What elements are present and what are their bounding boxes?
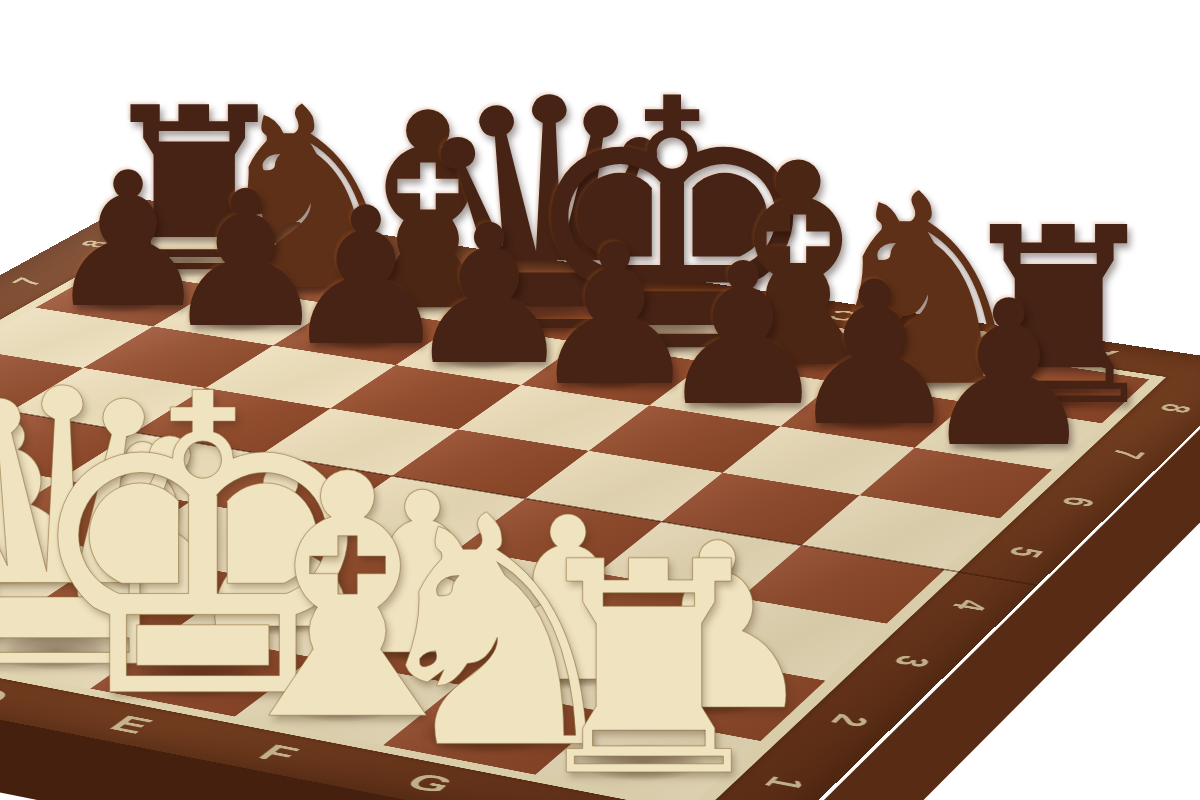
chess-set-photo: AABBCCDDEEFFGGHH1122334455667788 ♜♞♝♛♚♝♞… <box>0 0 1200 800</box>
rank-label-right-2: 2 <box>819 711 880 730</box>
rank-label-right-3: 3 <box>882 652 941 670</box>
rank-label-right-5: 5 <box>997 544 1053 560</box>
piece-black-pawn-h7[interactable]: ♟ <box>919 275 1099 476</box>
piece-white-rook-h1[interactable]: ♜ <box>518 523 781 800</box>
rank-label-right-6: 6 <box>1051 494 1105 510</box>
rank-label-right-4: 4 <box>941 597 998 614</box>
